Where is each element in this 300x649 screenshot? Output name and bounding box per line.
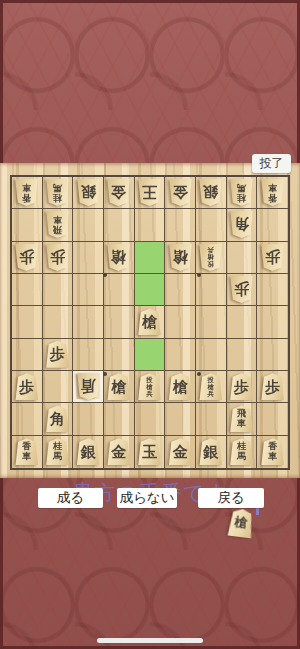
shogi-piece[interactable]: 飛 車 [46,211,69,238]
board-cell[interactable]: 盾 [73,371,104,403]
board-cell[interactable] [227,242,258,274]
shogi-board: 香 車桂 馬銀金王金銀桂 馬香 車飛 車角歩歩槍槍投 槍 兵歩歩槍歩歩盾槍投 槍… [0,163,300,478]
board-cell[interactable]: 歩 [12,371,43,403]
board-cell[interactable]: 槍 [165,371,196,403]
shogi-piece[interactable]: 王 [138,179,161,206]
shogi-piece[interactable]: 玉 [138,438,161,465]
board-cell[interactable]: 香 車 [257,436,288,468]
board-cell[interactable]: 歩 [43,242,74,274]
shogi-piece[interactable]: 角 [46,405,69,432]
promote-button[interactable]: 成る [38,488,103,508]
board-cell[interactable] [165,339,196,371]
piece-槍-sente: 槍 [138,308,161,335]
shogi-piece[interactable]: 歩 [15,244,38,271]
shogi-piece[interactable]: 香 車 [15,179,38,206]
board-cell[interactable] [104,339,135,371]
board-cell[interactable]: 銀 [196,177,227,209]
shogi-piece[interactable]: 桂 馬 [230,179,253,206]
board-cell[interactable] [257,403,288,435]
hand-piece-spear[interactable]: 槍 [227,508,254,539]
piece-香車-gote: 香 車 [261,179,284,206]
board-cell[interactable]: 金 [104,177,135,209]
board-cell[interactable] [12,339,43,371]
board-cell[interactable]: 投 槍 兵 [196,242,227,274]
shogi-piece[interactable]: 銀 [199,438,222,465]
shogi-piece[interactable]: 桂 馬 [46,438,69,465]
no-promote-button[interactable]: 成らない [117,488,177,508]
board-cell[interactable]: 桂 馬 [43,177,74,209]
shogi-piece[interactable]: 歩 [46,341,69,368]
piece-飛車-sente: 飛 車 [230,405,253,432]
shogi-piece[interactable]: 投 槍 兵 [138,373,161,400]
shogi-piece[interactable]: 金 [169,179,192,206]
piece-投槍兵-sente: 投 槍 兵 [138,373,161,400]
piece-角-gote: 角 [230,211,253,238]
board-cell[interactable] [73,274,104,306]
board-cell[interactable] [257,274,288,306]
shogi-piece[interactable]: 投 槍 兵 [199,244,222,271]
board-cell[interactable] [104,403,135,435]
piece-玉-sente: 玉 [138,438,161,465]
piece-槍-sente: 槍 [107,373,130,400]
shogi-piece[interactable]: 香 車 [261,438,284,465]
piece-歩-gote: 歩 [15,244,38,271]
board-cell[interactable] [135,242,166,274]
piece-槍-gote: 槍 [169,244,192,271]
board-cell[interactable]: 香 車 [12,177,43,209]
board-cell[interactable]: 銀 [73,436,104,468]
board-cell[interactable] [73,306,104,338]
shogi-piece[interactable]: 槍 [107,244,130,271]
home-indicator[interactable] [97,638,203,643]
board-cell[interactable]: 桂 馬 [227,436,258,468]
shogi-piece[interactable]: 金 [169,438,192,465]
piece-歩-gote: 歩 [230,276,253,303]
piece-銀-gote: 銀 [77,179,100,206]
board-cell[interactable]: 角 [43,403,74,435]
board-cell[interactable]: 銀 [73,177,104,209]
board-cell[interactable]: 歩 [227,274,258,306]
board-cell[interactable] [196,274,227,306]
piece-投槍兵-gote: 投 槍 兵 [199,244,222,271]
board-cell[interactable] [104,274,135,306]
board-cell[interactable] [12,403,43,435]
board-cell[interactable]: 桂 馬 [43,436,74,468]
board-cell[interactable]: 投 槍 兵 [135,371,166,403]
piece-金-gote: 金 [107,179,130,206]
board-cell[interactable]: 槍 [135,306,166,338]
shogi-piece[interactable]: 銀 [77,179,100,206]
shogi-piece[interactable]: 歩 [15,373,38,400]
board-cell[interactable] [257,209,288,241]
shogi-piece[interactable]: 銀 [199,179,222,206]
board-cell[interactable] [165,403,196,435]
piece-王-gote: 王 [138,179,161,206]
board-cell[interactable]: 歩 [257,242,288,274]
board-cell[interactable] [135,339,166,371]
captured-pieces-tray[interactable]: 槍 [227,508,254,539]
shogi-piece[interactable]: 槍 [138,308,161,335]
piece-投槍兵-sente: 投 槍 兵 [199,373,222,400]
board-cell[interactable] [73,209,104,241]
board-cell[interactable]: 槍 [104,242,135,274]
board-cell[interactable]: 歩 [12,242,43,274]
board-cell[interactable]: 玉 [135,436,166,468]
piece-角-sente: 角 [46,405,69,432]
piece-桂馬-gote: 桂 馬 [46,179,69,206]
piece-香車-sente: 香 車 [15,438,38,465]
piece-金-gote: 金 [169,179,192,206]
board-cell[interactable] [227,339,258,371]
board-cell[interactable]: 銀 [196,436,227,468]
board-cell[interactable]: 歩 [43,339,74,371]
board-cell[interactable] [73,403,104,435]
shogi-piece[interactable]: 槍 [169,373,192,400]
piece-銀-sente: 銀 [77,438,100,465]
hand-piece[interactable]: 槍 [227,508,254,539]
shogi-piece[interactable]: 桂 馬 [230,438,253,465]
piece-桂馬-sente: 桂 馬 [230,438,253,465]
board-cell[interactable] [12,209,43,241]
board-cell[interactable] [135,274,166,306]
piece-金-sente: 金 [169,438,192,465]
board-cell[interactable] [196,209,227,241]
board-cell[interactable] [12,306,43,338]
piece-歩-sente: 歩 [15,373,38,400]
shogi-piece[interactable]: 香 車 [15,438,38,465]
shogi-piece[interactable]: 香 車 [261,179,284,206]
board-cell[interactable] [135,209,166,241]
piece-槍-sente: 槍 [169,373,192,400]
board-cell[interactable]: 金 [165,436,196,468]
piece-銀-gote: 銀 [199,179,222,206]
board-cell[interactable]: 槍 [104,371,135,403]
board-cell[interactable]: 歩 [257,371,288,403]
back-button[interactable]: 戻る [198,488,264,508]
board-cell[interactable] [196,306,227,338]
shogi-piece[interactable]: 金 [107,179,130,206]
board-cell[interactable]: 桂 馬 [227,177,258,209]
piece-歩-sente: 歩 [261,373,284,400]
board-cell[interactable] [104,209,135,241]
board-cell[interactable] [165,306,196,338]
shogi-piece[interactable]: 歩 [230,373,253,400]
shogi-piece[interactable]: 角 [230,211,253,238]
shogi-piece[interactable]: 歩 [230,276,253,303]
board-cell[interactable] [43,306,74,338]
shogi-piece[interactable]: 歩 [261,244,284,271]
board-cell[interactable] [257,306,288,338]
board-cell[interactable]: 飛 車 [227,403,258,435]
resign-button[interactable]: 投了 [252,154,291,173]
piece-香車-gote: 香 車 [15,179,38,206]
board-cell[interactable] [73,242,104,274]
piece-歩-gote: 歩 [261,244,284,271]
shogi-piece[interactable]: 投 槍 兵 [199,373,222,400]
piece-槍-gote: 槍 [107,244,130,271]
piece-歩-sente: 歩 [46,341,69,368]
board-cell[interactable]: 王 [135,177,166,209]
piece-香車-sente: 香 車 [261,438,284,465]
piece-桂馬-gote: 桂 馬 [230,179,253,206]
board-cell[interactable] [73,339,104,371]
shogi-piece[interactable]: 槍 [107,373,130,400]
board-cell[interactable] [43,371,74,403]
piece-桂馬-sente: 桂 馬 [46,438,69,465]
board-cell[interactable] [165,209,196,241]
piece-飛車-gote: 飛 車 [46,211,69,238]
board-cell[interactable] [196,403,227,435]
piece-歩-gote: 歩 [46,244,69,271]
star-point [197,372,201,376]
shogi-piece[interactable]: 槍 [169,244,192,271]
shogi-piece[interactable]: 金 [107,438,130,465]
board-cell[interactable] [196,339,227,371]
board-cell[interactable]: 香 車 [12,436,43,468]
board-cell[interactable]: 香 車 [257,177,288,209]
shogi-piece[interactable]: 桂 馬 [46,179,69,206]
board-cell[interactable]: 飛 車 [43,209,74,241]
board-cell[interactable]: 歩 [227,371,258,403]
board-cell[interactable]: 投 槍 兵 [196,371,227,403]
piece-盾-gote: 盾 [77,373,100,400]
shogi-piece[interactable]: 銀 [77,438,100,465]
board-cell[interactable] [43,274,74,306]
board-cell[interactable]: 金 [104,436,135,468]
piece-歩-sente: 歩 [230,373,253,400]
shogi-piece[interactable]: 歩 [261,373,284,400]
piece-銀-sente: 銀 [199,438,222,465]
board-cell[interactable] [104,306,135,338]
shogi-piece[interactable]: 飛 車 [230,405,253,432]
board-cell[interactable]: 金 [165,177,196,209]
board-cell[interactable] [135,403,166,435]
piece-金-sente: 金 [107,438,130,465]
board-cell[interactable]: 角 [227,209,258,241]
board-cell[interactable]: 槍 [165,242,196,274]
shogi-piece[interactable]: 歩 [46,244,69,271]
board-cell[interactable] [12,274,43,306]
board-cell[interactable] [257,339,288,371]
app-screen: 香 車桂 馬銀金王金銀桂 馬香 車飛 車角歩歩槍槍投 槍 兵歩歩槍歩歩盾槍投 槍… [0,0,300,649]
board-cell[interactable] [227,306,258,338]
board-grid[interactable]: 香 車桂 馬銀金王金銀桂 馬香 車飛 車角歩歩槍槍投 槍 兵歩歩槍歩歩盾槍投 槍… [10,175,290,470]
shogi-piece[interactable]: 盾 [77,373,100,400]
board-cell[interactable] [165,274,196,306]
